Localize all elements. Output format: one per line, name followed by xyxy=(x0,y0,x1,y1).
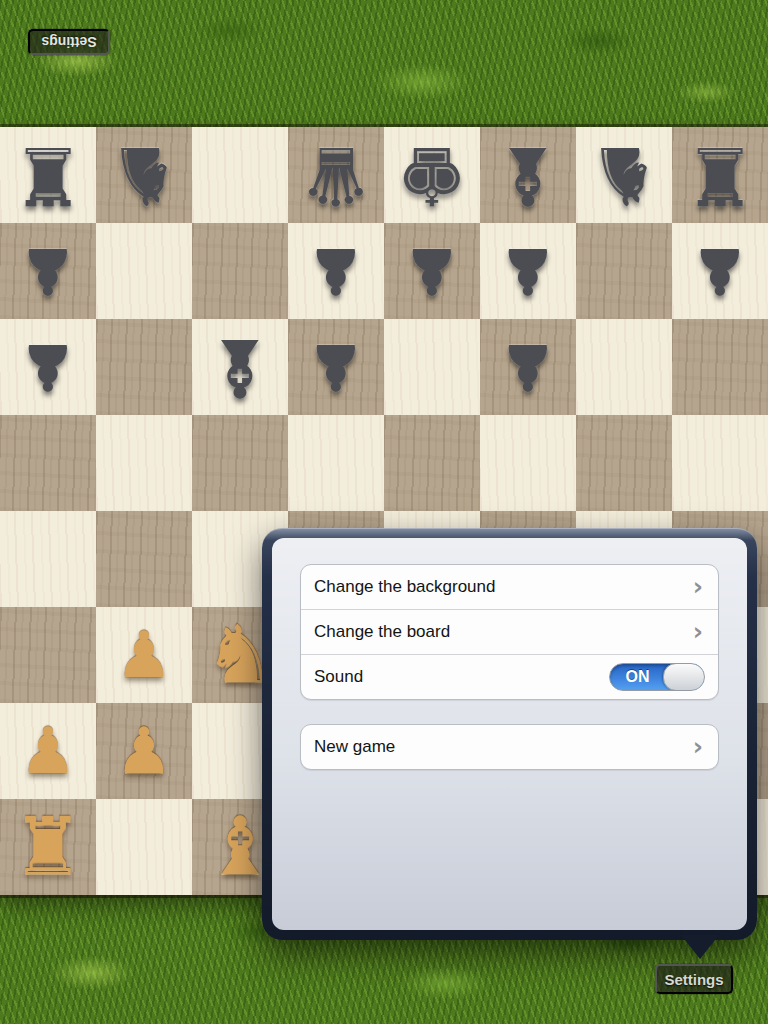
square-a3[interactable] xyxy=(0,607,96,703)
square-c5[interactable] xyxy=(192,415,288,511)
menu-item-new-game[interactable]: New game › xyxy=(301,725,718,769)
piece-black-pawn[interactable]: ♟ xyxy=(19,335,76,399)
square-f8[interactable]: ♝ xyxy=(480,127,576,223)
toggle-knob[interactable] xyxy=(663,663,705,691)
piece-black-knight[interactable]: ♞ xyxy=(108,135,180,215)
square-b6[interactable] xyxy=(96,319,192,415)
piece-black-pawn[interactable]: ♟ xyxy=(691,239,748,303)
square-a8[interactable]: ♜ xyxy=(0,127,96,223)
menu-item-sound: Sound ON xyxy=(301,654,718,699)
square-g5[interactable] xyxy=(576,415,672,511)
square-b7[interactable] xyxy=(96,223,192,319)
square-c6[interactable]: ♝ xyxy=(192,319,288,415)
square-a5[interactable] xyxy=(0,415,96,511)
settings-button-bottom[interactable]: Settings xyxy=(655,964,733,994)
square-f6[interactable]: ♟ xyxy=(480,319,576,415)
menu-item-change-board[interactable]: Change the board › xyxy=(301,609,718,654)
square-d5[interactable] xyxy=(288,415,384,511)
toggle-on-label: ON xyxy=(610,664,665,690)
square-b8[interactable]: ♞ xyxy=(96,127,192,223)
square-e8[interactable]: ♚ xyxy=(384,127,480,223)
square-f7[interactable]: ♟ xyxy=(480,223,576,319)
square-e6[interactable] xyxy=(384,319,480,415)
menu-item-label: Change the board xyxy=(314,622,693,642)
piece-black-bishop[interactable]: ♝ xyxy=(492,135,564,215)
piece-black-queen[interactable]: ♛ xyxy=(300,135,372,215)
square-d6[interactable]: ♟ xyxy=(288,319,384,415)
new-game-group: New game › xyxy=(300,724,719,770)
square-a1[interactable]: ♜ xyxy=(0,799,96,895)
piece-black-pawn[interactable]: ♟ xyxy=(499,239,556,303)
settings-popover: Change the background › Change the board… xyxy=(262,528,757,940)
square-a6[interactable]: ♟ xyxy=(0,319,96,415)
square-b5[interactable] xyxy=(96,415,192,511)
square-a2[interactable]: ♟ xyxy=(0,703,96,799)
square-h6[interactable] xyxy=(672,319,768,415)
square-h5[interactable] xyxy=(672,415,768,511)
piece-black-pawn[interactable]: ♟ xyxy=(307,239,364,303)
square-d7[interactable]: ♟ xyxy=(288,223,384,319)
piece-black-knight[interactable]: ♞ xyxy=(588,135,660,215)
menu-item-label: Change the background xyxy=(314,577,693,597)
piece-black-king[interactable]: ♚ xyxy=(396,135,468,215)
settings-popover-content: Change the background › Change the board… xyxy=(272,538,747,930)
piece-black-pawn[interactable]: ♟ xyxy=(307,335,364,399)
square-e5[interactable] xyxy=(384,415,480,511)
settings-group: Change the background › Change the board… xyxy=(300,564,719,700)
app-screen: ♜♞♛♚♝♞♜♟♟♟♟♟♟♝♟♟♟♞♟♟♜♝ Settings Change t… xyxy=(0,0,768,1024)
settings-button-top[interactable]: Settings xyxy=(28,29,110,55)
piece-black-pawn[interactable]: ♟ xyxy=(19,239,76,303)
square-c7[interactable] xyxy=(192,223,288,319)
menu-item-label: Sound xyxy=(314,667,609,687)
square-b1[interactable] xyxy=(96,799,192,895)
piece-white-pawn[interactable]: ♟ xyxy=(19,719,76,783)
square-d8[interactable]: ♛ xyxy=(288,127,384,223)
square-e7[interactable]: ♟ xyxy=(384,223,480,319)
piece-black-pawn[interactable]: ♟ xyxy=(499,335,556,399)
piece-black-rook[interactable]: ♜ xyxy=(684,135,756,215)
square-b3[interactable]: ♟ xyxy=(96,607,192,703)
square-h7[interactable]: ♟ xyxy=(672,223,768,319)
square-g6[interactable] xyxy=(576,319,672,415)
square-b2[interactable]: ♟ xyxy=(96,703,192,799)
square-b4[interactable] xyxy=(96,511,192,607)
square-h8[interactable]: ♜ xyxy=(672,127,768,223)
menu-item-label: New game xyxy=(314,737,693,757)
square-f5[interactable] xyxy=(480,415,576,511)
piece-white-pawn[interactable]: ♟ xyxy=(115,719,172,783)
menu-item-change-background[interactable]: Change the background › xyxy=(301,565,718,609)
square-a7[interactable]: ♟ xyxy=(0,223,96,319)
piece-black-pawn[interactable]: ♟ xyxy=(403,239,460,303)
square-c8[interactable] xyxy=(192,127,288,223)
piece-black-rook[interactable]: ♜ xyxy=(12,135,84,215)
piece-white-pawn[interactable]: ♟ xyxy=(115,623,172,687)
piece-white-rook[interactable]: ♜ xyxy=(12,807,84,887)
square-g7[interactable] xyxy=(576,223,672,319)
square-g8[interactable]: ♞ xyxy=(576,127,672,223)
piece-black-bishop[interactable]: ♝ xyxy=(204,327,276,407)
square-a4[interactable] xyxy=(0,511,96,607)
popover-arrow-icon xyxy=(681,935,719,959)
sound-toggle[interactable]: ON xyxy=(609,663,705,691)
